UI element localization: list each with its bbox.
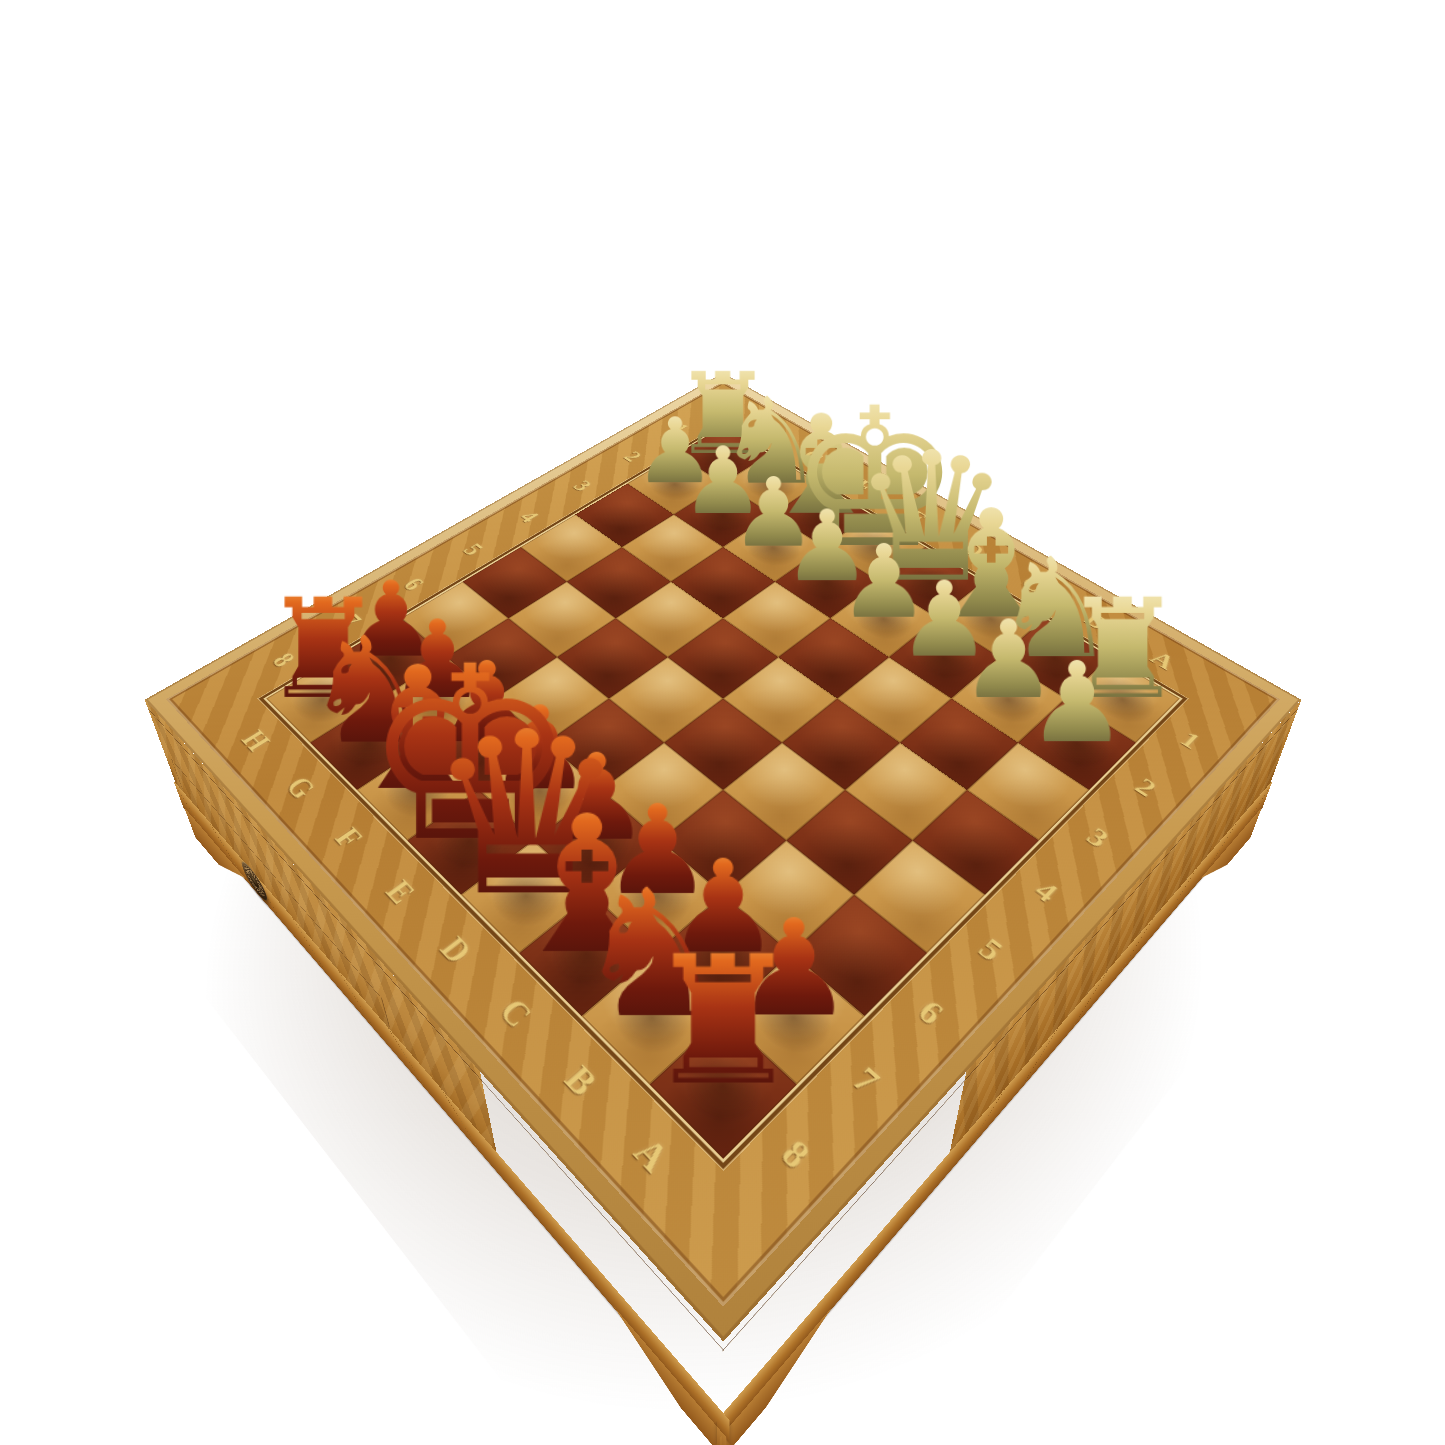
chess-box: HGFEDCBA HGFEDCBA 12345678 12345678 ♜♞♝♚… [185, 475, 1260, 1434]
piece-black-rook-a8[interactable]: ♜ [643, 932, 802, 1110]
scene: HGFEDCBA HGFEDCBA 12345678 12345678 ♜♞♝♚… [0, 0, 1445, 1445]
piece-white-pawn-a2[interactable]: ♟ [1027, 647, 1127, 758]
board-top: HGFEDCBA HGFEDCBA 12345678 12345678 ♜♞♝♚… [144, 373, 1300, 1342]
board-frame: HGFEDCBA HGFEDCBA 12345678 12345678 ♜♞♝♚… [166, 382, 1280, 1307]
